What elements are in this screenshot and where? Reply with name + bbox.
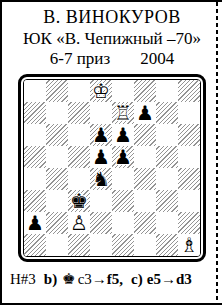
square-a1 xyxy=(24,234,46,256)
square-b1 xyxy=(46,234,68,256)
prize-text: 6-7 приз xyxy=(50,49,110,69)
tournament-title: ЮК «В. Чепижный –70» xyxy=(2,29,222,49)
square-c8 xyxy=(68,80,90,102)
square-b7 xyxy=(46,102,68,124)
problem-card: В. ВИНОКУРОВ ЮК «В. Чепижный –70» 6-7 пр… xyxy=(0,0,222,305)
black-pawn-e6: ♟ xyxy=(112,124,134,146)
square-e4 xyxy=(112,168,134,190)
square-f7: ♟ xyxy=(134,102,156,124)
twin-c-move: e5→d3 xyxy=(147,271,192,288)
square-d8: ♔ xyxy=(90,80,112,102)
twin-c-label: c) xyxy=(131,271,143,288)
square-h4 xyxy=(178,168,200,190)
stipulation: H#3 xyxy=(10,271,36,288)
square-e8 xyxy=(112,80,134,102)
square-f5 xyxy=(134,146,156,168)
square-e5: ♟ xyxy=(112,146,134,168)
square-g2 xyxy=(156,212,178,234)
square-b4 xyxy=(46,168,68,190)
square-b6 xyxy=(46,124,68,146)
black-king-c3: ♚ xyxy=(68,190,90,212)
white-bishop-h1: ♗ xyxy=(178,234,200,256)
dashed-cut-line xyxy=(216,2,218,303)
square-c2: ♙ xyxy=(68,212,90,234)
square-e1 xyxy=(112,234,134,256)
award-line: 6-7 приз 2004 xyxy=(2,49,222,69)
square-d5: ♟ xyxy=(90,146,112,168)
square-f2 xyxy=(134,212,156,234)
square-a6 xyxy=(24,124,46,146)
twin-b-label: b) xyxy=(44,271,57,288)
black-pawn-d5: ♟ xyxy=(90,146,112,168)
twin-b-from: c3→ xyxy=(78,271,107,288)
square-a2: ♟ xyxy=(24,212,46,234)
square-g8 xyxy=(156,80,178,102)
black-pawn-a2: ♟ xyxy=(24,212,46,234)
square-e7: ♖ xyxy=(112,102,134,124)
square-d4: ♞ xyxy=(90,168,112,190)
white-pawn-c2: ♙ xyxy=(68,212,90,234)
square-f6 xyxy=(134,124,156,146)
square-c6 xyxy=(68,124,90,146)
square-c4 xyxy=(68,168,90,190)
square-d7 xyxy=(90,102,112,124)
black-knight-d4: ♞ xyxy=(90,168,112,190)
square-d3 xyxy=(90,190,112,212)
board-frame: ♔♖♟♟♟♟♟♞♚♟♙♗ xyxy=(18,74,206,262)
black-pawn-e5: ♟ xyxy=(112,146,134,168)
stipulation-line: H#3 b) ♚ c3→ f5, c) e5→d3 xyxy=(2,271,222,288)
square-h3 xyxy=(178,190,200,212)
square-h7 xyxy=(178,102,200,124)
chess-board: ♔♖♟♟♟♟♟♞♚♟♙♗ xyxy=(24,80,200,256)
year-text: 2004 xyxy=(140,49,174,69)
square-h6 xyxy=(178,124,200,146)
square-g6 xyxy=(156,124,178,146)
square-g4 xyxy=(156,168,178,190)
square-f8 xyxy=(134,80,156,102)
square-e6: ♟ xyxy=(112,124,134,146)
square-c3: ♚ xyxy=(68,190,90,212)
black-pawn-d6: ♟ xyxy=(90,124,112,146)
square-h2 xyxy=(178,212,200,234)
square-f4 xyxy=(134,168,156,190)
square-a5 xyxy=(24,146,46,168)
square-b2 xyxy=(46,212,68,234)
square-f1 xyxy=(134,234,156,256)
square-d2 xyxy=(90,212,112,234)
white-king-d8: ♔ xyxy=(90,80,112,102)
square-b5 xyxy=(46,146,68,168)
square-a3 xyxy=(24,190,46,212)
twin-b-to: f5, xyxy=(107,271,123,288)
author-name: В. ВИНОКУРОВ xyxy=(2,7,222,29)
square-c7 xyxy=(68,102,90,124)
header: В. ВИНОКУРОВ ЮК «В. Чепижный –70» 6-7 пр… xyxy=(2,2,222,69)
square-a4 xyxy=(24,168,46,190)
square-d1 xyxy=(90,234,112,256)
square-b8 xyxy=(46,80,68,102)
square-h1: ♗ xyxy=(178,234,200,256)
square-g5 xyxy=(156,146,178,168)
square-a7 xyxy=(24,102,46,124)
square-e2 xyxy=(112,212,134,234)
square-d6: ♟ xyxy=(90,124,112,146)
black-king-icon: ♚ xyxy=(61,272,77,287)
square-e3 xyxy=(112,190,134,212)
square-a8 xyxy=(24,80,46,102)
square-h8 xyxy=(178,80,200,102)
white-rook-e7: ♖ xyxy=(112,102,134,124)
square-b3 xyxy=(46,190,68,212)
square-g1 xyxy=(156,234,178,256)
square-f3 xyxy=(134,190,156,212)
square-c1 xyxy=(68,234,90,256)
black-pawn-f7: ♟ xyxy=(134,102,156,124)
square-g3 xyxy=(156,190,178,212)
board-area: ♔♖♟♟♟♟♟♞♚♟♙♗ xyxy=(2,74,222,262)
square-g7 xyxy=(156,102,178,124)
square-h5 xyxy=(178,146,200,168)
square-c5 xyxy=(68,146,90,168)
board-inner-border: ♔♖♟♟♟♟♟♞♚♟♙♗ xyxy=(23,79,201,257)
